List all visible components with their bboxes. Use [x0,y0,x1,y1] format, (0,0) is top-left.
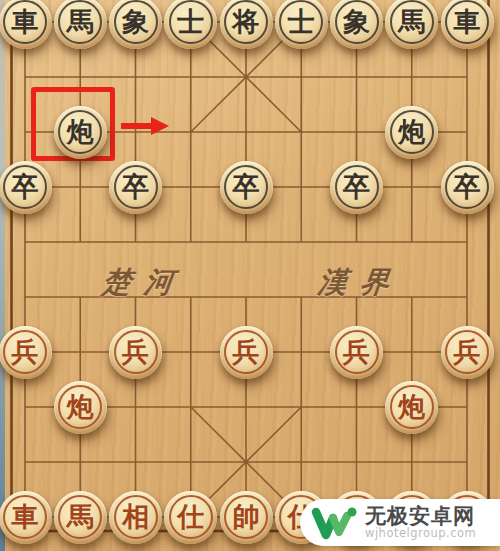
piece-black-車[interactable]: 車 [441,0,494,49]
piece-character: 士 [177,8,204,35]
piece-red-兵[interactable]: 兵 [220,326,273,379]
piece-character: 馬 [67,8,94,35]
piece-character: 車 [12,8,39,35]
piece-character: 仕 [177,503,204,530]
piece-character: 象 [122,8,149,35]
piece-character: 将 [233,8,260,35]
piece-character: 卒 [122,173,149,200]
piece-character: 卒 [454,173,481,200]
piece-black-卒[interactable]: 卒 [441,161,494,214]
watermark-text: 无极安卓网 wjhotelgroup.com [365,505,476,539]
piece-red-兵[interactable]: 兵 [330,326,383,379]
piece-black-象[interactable]: 象 [109,0,162,49]
watermark-site-name: 无极安卓网 [365,505,476,527]
piece-character: 兵 [343,338,370,365]
piece-black-卒[interactable]: 卒 [220,161,273,214]
hint-arrow-right-icon [121,116,171,136]
piece-character: 象 [343,8,370,35]
piece-black-卒[interactable]: 卒 [0,161,52,214]
piece-character: 車 [12,503,39,530]
piece-red-馬[interactable]: 馬 [54,491,107,544]
piece-red-相[interactable]: 相 [109,491,162,544]
watermark-w-logo-icon [309,504,359,542]
piece-character: 帥 [233,503,260,530]
piece-black-車[interactable]: 車 [0,0,52,49]
piece-character: 兵 [454,338,481,365]
piece-character: 炮 [398,118,425,145]
piece-red-炮[interactable]: 炮 [385,381,438,434]
piece-character: 相 [122,503,149,530]
piece-red-仕[interactable]: 仕 [164,491,217,544]
piece-black-馬[interactable]: 馬 [385,0,438,49]
piece-character: 炮 [67,393,94,420]
piece-character: 馬 [67,503,94,530]
piece-character: 車 [454,8,481,35]
piece-black-士[interactable]: 士 [275,0,328,49]
xiangqi-board[interactable]: 車馬象士将士象馬車炮炮卒卒卒卒卒兵兵兵兵兵炮炮車馬相仕帥仕相馬車 [0,0,495,545]
piece-red-兵[interactable]: 兵 [0,326,52,379]
piece-character: 卒 [343,173,370,200]
piece-black-卒[interactable]: 卒 [109,161,162,214]
piece-red-炮[interactable]: 炮 [54,381,107,434]
piece-character: 士 [288,8,315,35]
piece-black-炮[interactable]: 炮 [54,106,107,159]
piece-character: 兵 [233,338,260,365]
watermark-badge: 无极安卓网 wjhotelgroup.com [300,499,500,546]
watermark-site-url: wjhotelgroup.com [365,527,476,539]
piece-character: 卒 [12,173,39,200]
xiangqi-app-screen: 楚河 漢界 車馬象士将士象馬車炮炮卒卒卒卒卒兵兵兵兵兵炮炮車馬相仕帥仕相馬車 无… [0,0,500,551]
piece-black-象[interactable]: 象 [330,0,383,49]
piece-red-兵[interactable]: 兵 [441,326,494,379]
piece-character: 兵 [12,338,39,365]
piece-character: 馬 [398,8,425,35]
piece-character: 炮 [398,393,425,420]
piece-red-帥[interactable]: 帥 [220,491,273,544]
piece-black-卒[interactable]: 卒 [330,161,383,214]
piece-red-車[interactable]: 車 [0,491,52,544]
piece-red-兵[interactable]: 兵 [109,326,162,379]
piece-character: 卒 [233,173,260,200]
piece-black-士[interactable]: 士 [164,0,217,49]
piece-black-将[interactable]: 将 [220,0,273,49]
piece-character: 炮 [67,118,94,145]
piece-black-炮[interactable]: 炮 [385,106,438,159]
piece-character: 兵 [122,338,149,365]
piece-black-馬[interactable]: 馬 [54,0,107,49]
